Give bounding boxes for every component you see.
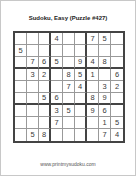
sudoku-cell-r3c5 <box>63 57 75 69</box>
sudoku-cell-r6c3: 5 <box>39 93 51 105</box>
sudoku-cell-r4c5: 8 <box>63 69 75 81</box>
sudoku-cell-r5c6: 4 <box>75 81 87 93</box>
sudoku-cell-r2c7 <box>87 45 99 57</box>
sudoku-cell-r8c2 <box>27 117 39 129</box>
sudoku-cell-r9c7 <box>87 129 99 141</box>
sudoku-cell-r5c9: 2 <box>111 81 123 93</box>
sudoku-cell-r2c2 <box>27 45 39 57</box>
sudoku-cell-r7c3 <box>39 105 51 117</box>
sudoku-cell-r4c3: 2 <box>39 69 51 81</box>
sudoku-cell-r6c5 <box>63 93 75 105</box>
sudoku-cell-r9c8: 7 <box>99 129 111 141</box>
sudoku-cell-r5c3 <box>39 81 51 93</box>
sudoku-cell-r8c6 <box>75 117 87 129</box>
sudoku-cell-r1c5 <box>63 33 75 45</box>
sudoku-cell-r3c8: 8 <box>99 57 111 69</box>
sudoku-cell-r2c9 <box>111 45 123 57</box>
sudoku-cell-r6c8: 9 <box>99 93 111 105</box>
sudoku-cell-r9c2: 5 <box>27 129 39 141</box>
sudoku-cell-r7c4: 3 <box>51 105 63 117</box>
sudoku-cell-r8c4: 7 <box>51 117 63 129</box>
sudoku-cell-r7c1 <box>15 105 27 117</box>
sudoku-cell-r4c6: 5 <box>75 69 87 81</box>
sudoku-cell-r2c3 <box>39 45 51 57</box>
sudoku-cell-r5c5: 7 <box>63 81 75 93</box>
sudoku-page: Sudoku, Easy (Puzzle #427) 4755765948328… <box>0 0 136 176</box>
sudoku-cell-r1c6 <box>75 33 87 45</box>
sudoku-cell-r9c5 <box>63 129 75 141</box>
sudoku-cell-r9c9: 4 <box>111 129 123 141</box>
sudoku-grid: 47557659483285167432568935967155874 <box>13 31 125 143</box>
sudoku-cell-r6c9 <box>111 93 123 105</box>
sudoku-cell-r3c9 <box>111 57 123 69</box>
sudoku-cell-r3c4: 5 <box>51 57 63 69</box>
sudoku-cell-r5c1 <box>15 81 27 93</box>
sudoku-cell-r2c5 <box>63 45 75 57</box>
sudoku-cell-r5c4 <box>51 81 63 93</box>
sudoku-cell-r9c4 <box>51 129 63 141</box>
sudoku-cell-r6c2 <box>27 93 39 105</box>
sudoku-cell-r2c4 <box>51 45 63 57</box>
sudoku-cell-r8c1 <box>15 117 27 129</box>
sudoku-cell-r6c7: 8 <box>87 93 99 105</box>
sudoku-cell-r9c1 <box>15 129 27 141</box>
sudoku-cell-r1c2 <box>27 33 39 45</box>
sudoku-cell-r2c6 <box>75 45 87 57</box>
sudoku-cell-r7c9 <box>111 105 123 117</box>
sudoku-cell-r3c1 <box>15 57 27 69</box>
sudoku-cell-r3c2: 7 <box>27 57 39 69</box>
sudoku-cell-r7c2 <box>27 105 39 117</box>
sudoku-cell-r8c8: 1 <box>99 117 111 129</box>
sudoku-cell-r5c8: 3 <box>99 81 111 93</box>
sudoku-cell-r4c2: 3 <box>27 69 39 81</box>
sudoku-cell-r9c6 <box>75 129 87 141</box>
sudoku-cell-r9c3: 8 <box>39 129 51 141</box>
sudoku-cell-r4c9: 6 <box>111 69 123 81</box>
sudoku-cell-r2c1: 5 <box>15 45 27 57</box>
sudoku-cell-r4c4 <box>51 69 63 81</box>
sudoku-cell-r8c3 <box>39 117 51 129</box>
sudoku-cell-r2c8 <box>99 45 111 57</box>
sudoku-cell-r1c9 <box>111 33 123 45</box>
sudoku-cell-r7c5: 5 <box>63 105 75 117</box>
sudoku-cell-r4c1 <box>15 69 27 81</box>
sudoku-cell-r7c6 <box>75 105 87 117</box>
sudoku-cell-r8c7 <box>87 117 99 129</box>
sudoku-cell-r7c8: 6 <box>99 105 111 117</box>
sudoku-cell-r1c8: 5 <box>99 33 111 45</box>
page-title: Sudoku, Easy (Puzzle #427) <box>1 15 135 21</box>
sudoku-cell-r3c3: 6 <box>39 57 51 69</box>
sudoku-cell-r1c4: 4 <box>51 33 63 45</box>
sudoku-cell-r1c7: 7 <box>87 33 99 45</box>
sudoku-cell-r3c7: 4 <box>87 57 99 69</box>
sudoku-cell-r4c8 <box>99 69 111 81</box>
sudoku-cell-r5c2 <box>27 81 39 93</box>
sudoku-cell-r6c4: 6 <box>51 93 63 105</box>
sudoku-cell-r7c7: 9 <box>87 105 99 117</box>
sudoku-cell-r6c6 <box>75 93 87 105</box>
sudoku-cell-r8c9: 5 <box>111 117 123 129</box>
footer-url: www.printmysudoku.com <box>1 161 135 167</box>
sudoku-cell-r1c1 <box>15 33 27 45</box>
sudoku-cell-r5c7 <box>87 81 99 93</box>
sudoku-cell-r1c3 <box>39 33 51 45</box>
sudoku-cell-r6c1 <box>15 93 27 105</box>
sudoku-cell-r8c5 <box>63 117 75 129</box>
sudoku-cell-r3c6: 9 <box>75 57 87 69</box>
sudoku-cell-r4c7: 1 <box>87 69 99 81</box>
